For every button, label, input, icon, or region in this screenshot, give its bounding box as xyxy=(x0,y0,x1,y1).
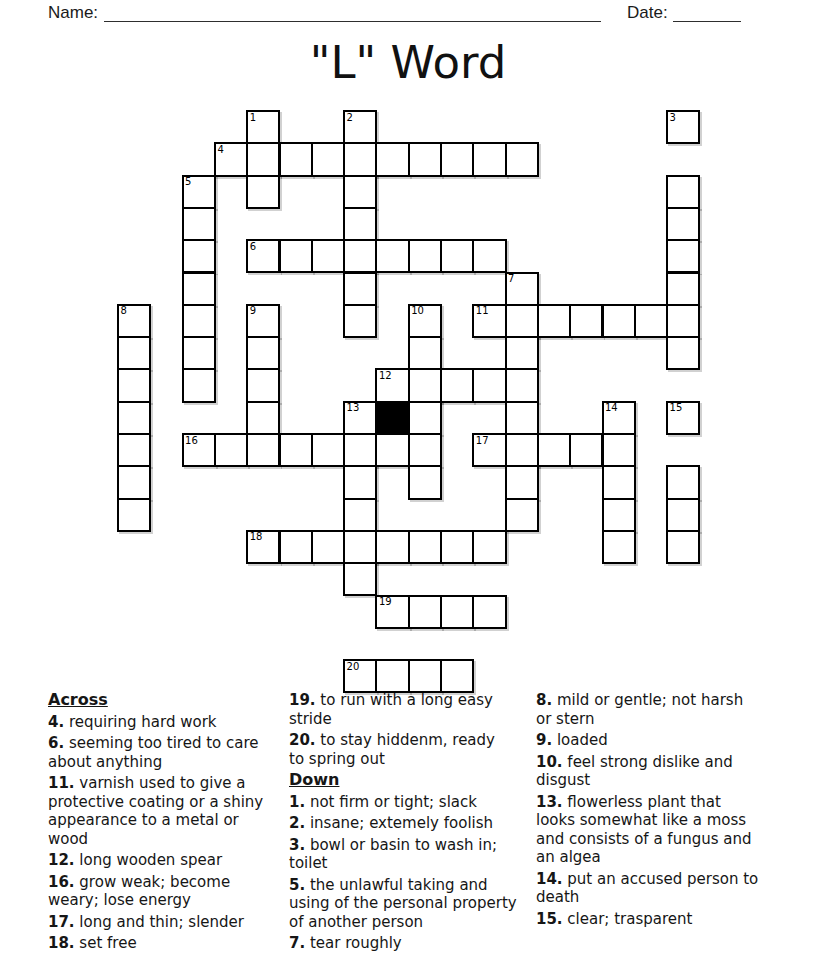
grid-cell[interactable] xyxy=(666,272,700,306)
across-clue-16: 16. grow weak; becomeweary; lose energy xyxy=(48,873,298,910)
grid-cell[interactable] xyxy=(182,272,216,306)
across-clue-18: 18. set free xyxy=(48,934,298,953)
grid-cell[interactable] xyxy=(343,498,377,532)
grid-cell[interactable] xyxy=(440,368,474,402)
grid-cell[interactable]: 14 xyxy=(602,401,636,435)
grid-cell[interactable] xyxy=(408,595,442,629)
date-label: Date: xyxy=(627,3,668,23)
down-clue-7: 7. tear roughly xyxy=(289,934,539,953)
grid-cell[interactable] xyxy=(602,530,636,564)
grid-cell[interactable] xyxy=(343,207,377,241)
across-clue-4: 4. requiring hard work xyxy=(48,713,298,732)
grid-cell[interactable] xyxy=(472,239,506,273)
grid-cell[interactable] xyxy=(182,368,216,402)
down-clue-9: 9. loaded xyxy=(536,731,804,750)
grid-cell[interactable] xyxy=(343,304,377,338)
grid-cell[interactable]: 6 xyxy=(246,239,280,273)
clue-number: 19 xyxy=(379,596,392,607)
grid-cell[interactable] xyxy=(214,433,248,467)
grid-cell[interactable] xyxy=(440,530,474,564)
grid-cell[interactable] xyxy=(569,433,603,467)
grid-cell[interactable] xyxy=(182,336,216,370)
black-cell xyxy=(375,401,409,435)
grid-cell[interactable] xyxy=(375,659,409,693)
grid-cell[interactable]: 10 xyxy=(408,304,442,338)
grid-cell[interactable] xyxy=(666,239,700,273)
clue-number: 18 xyxy=(250,531,263,542)
down-clue-15: 15. clear; trasparent xyxy=(536,910,804,929)
across-clue-6: 6. seeming too tired to careabout anythi… xyxy=(48,734,298,771)
grid-cell[interactable]: 9 xyxy=(246,304,280,338)
across-heading: Across xyxy=(48,691,298,710)
grid-cell[interactable] xyxy=(505,336,539,370)
grid-cell[interactable] xyxy=(408,336,442,370)
grid-cell[interactable] xyxy=(246,433,280,467)
clue-number: 14 xyxy=(605,402,618,413)
grid-cell[interactable] xyxy=(666,175,700,209)
grid-cell[interactable]: 3 xyxy=(666,110,700,144)
clue-column-right: 8. mild or gentle; not harshor stern9. l… xyxy=(536,691,804,931)
grid-cell[interactable] xyxy=(634,304,668,338)
grid-cell[interactable] xyxy=(246,368,280,402)
down-clue-14: 14. put an accused person todeath xyxy=(536,870,804,907)
clue-number: 12 xyxy=(379,370,392,381)
grid-cell[interactable] xyxy=(311,433,345,467)
grid-cell[interactable] xyxy=(440,595,474,629)
grid-cell[interactable] xyxy=(602,433,636,467)
clue-number: 4 xyxy=(217,144,223,155)
grid-cell[interactable] xyxy=(440,239,474,273)
grid-cell[interactable] xyxy=(117,465,151,499)
name-label: Name: xyxy=(48,3,98,23)
grid-cell[interactable] xyxy=(408,401,442,435)
clue-number: 7 xyxy=(508,273,514,284)
grid-cell[interactable] xyxy=(505,433,539,467)
grid-cell[interactable] xyxy=(117,433,151,467)
down-clue-1: 1. not firm or tight; slack xyxy=(289,793,539,812)
grid-cell[interactable] xyxy=(408,368,442,402)
grid-cell[interactable]: 20 xyxy=(343,659,377,693)
grid-cell[interactable] xyxy=(408,530,442,564)
grid-cell[interactable] xyxy=(343,562,377,596)
across-clue-11: 11. varnish used to give aprotective coa… xyxy=(48,774,298,848)
grid-cell[interactable] xyxy=(505,304,539,338)
down-clue-13: 13. flowerless plant thatlooks somewhat … xyxy=(536,793,804,867)
grid-cell[interactable] xyxy=(182,207,216,241)
down-clue-10: 10. feel strong dislike anddisgust xyxy=(536,753,804,790)
grid-cell[interactable] xyxy=(246,142,280,176)
grid-cell[interactable] xyxy=(602,304,636,338)
clue-number: 13 xyxy=(347,402,360,413)
grid-cell[interactable] xyxy=(472,142,506,176)
grid-cell[interactable]: 4 xyxy=(214,142,248,176)
clue-column-middle: 19. to run with a long easystride20. to … xyxy=(289,691,539,956)
grid-cell[interactable] xyxy=(375,530,409,564)
clue-number: 8 xyxy=(121,305,127,316)
grid-cell[interactable]: 11 xyxy=(472,304,506,338)
clue-number: 17 xyxy=(476,435,489,446)
grid-cell[interactable] xyxy=(505,368,539,402)
clue-number: 11 xyxy=(476,305,489,316)
down-clue-2: 2. insane; extemely foolish xyxy=(289,814,539,833)
grid-cell[interactable] xyxy=(602,465,636,499)
grid-cell[interactable] xyxy=(666,465,700,499)
grid-cell[interactable] xyxy=(375,142,409,176)
name-blank-line xyxy=(104,21,601,22)
grid-cell[interactable] xyxy=(666,336,700,370)
grid-cell[interactable]: 5 xyxy=(182,175,216,209)
grid-cell[interactable]: 16 xyxy=(182,433,216,467)
clue-number: 20 xyxy=(347,661,360,672)
grid-cell[interactable] xyxy=(182,304,216,338)
grid-cell[interactable] xyxy=(182,239,216,273)
clue-number: 3 xyxy=(670,112,676,123)
grid-cell[interactable] xyxy=(666,207,700,241)
down-clue-3: 3. bowl or basin to wash in;toilet xyxy=(289,836,539,873)
grid-cell[interactable] xyxy=(311,142,345,176)
grid-cell[interactable] xyxy=(505,465,539,499)
grid-cell[interactable]: 12 xyxy=(375,368,409,402)
grid-cell[interactable] xyxy=(279,142,313,176)
grid-cell[interactable] xyxy=(117,498,151,532)
grid-cell[interactable]: 7 xyxy=(505,272,539,306)
grid-cell[interactable] xyxy=(117,401,151,435)
grid-cell[interactable] xyxy=(472,530,506,564)
puzzle-title: "L" Word xyxy=(0,36,816,89)
clue-number: 9 xyxy=(250,305,256,316)
across-clue-20: 20. to stay hiddenm, readyto spring out xyxy=(289,731,539,768)
grid-cell[interactable] xyxy=(472,368,506,402)
grid-cell[interactable] xyxy=(440,142,474,176)
grid-cell[interactable] xyxy=(343,239,377,273)
clue-number: 2 xyxy=(347,112,353,123)
grid-cell[interactable]: 13 xyxy=(343,401,377,435)
grid-cell[interactable]: 1 xyxy=(246,110,280,144)
grid-cell[interactable] xyxy=(472,595,506,629)
grid-cell[interactable]: 8 xyxy=(117,304,151,338)
grid-cell[interactable] xyxy=(408,465,442,499)
grid-cell[interactable]: 18 xyxy=(246,530,280,564)
grid-cell[interactable] xyxy=(505,498,539,532)
down-clue-8: 8. mild or gentle; not harshor stern xyxy=(536,691,804,728)
crossword-grid: 1234567891011121314151617181920 xyxy=(117,110,701,694)
grid-cell[interactable] xyxy=(440,659,474,693)
grid-cell[interactable] xyxy=(246,175,280,209)
grid-cell[interactable] xyxy=(537,433,571,467)
grid-cell[interactable] xyxy=(343,465,377,499)
grid-cell[interactable] xyxy=(279,433,313,467)
date-blank-line xyxy=(673,21,741,22)
grid-cell[interactable] xyxy=(117,368,151,402)
grid-cell[interactable] xyxy=(375,433,409,467)
clue-number: 5 xyxy=(185,176,191,187)
grid-cell[interactable] xyxy=(666,530,700,564)
grid-cell[interactable] xyxy=(375,239,409,273)
clue-number: 10 xyxy=(411,305,424,316)
grid-cell[interactable] xyxy=(505,142,539,176)
grid-cell[interactable] xyxy=(311,530,345,564)
grid-cell[interactable] xyxy=(569,304,603,338)
grid-cell[interactable] xyxy=(117,336,151,370)
grid-cell[interactable] xyxy=(602,498,636,532)
grid-cell[interactable] xyxy=(246,336,280,370)
grid-cell[interactable] xyxy=(343,142,377,176)
grid-cell[interactable] xyxy=(666,304,700,338)
grid-cell[interactable] xyxy=(408,239,442,273)
grid-cell[interactable] xyxy=(408,659,442,693)
grid-cell[interactable] xyxy=(279,530,313,564)
down-heading: Down xyxy=(289,771,539,790)
clue-column-left: Across4. requiring hard work6. seeming t… xyxy=(48,691,298,956)
grid-cell[interactable] xyxy=(246,401,280,435)
grid-cell[interactable] xyxy=(343,433,377,467)
grid-cell[interactable] xyxy=(343,530,377,564)
grid-cell[interactable]: 2 xyxy=(343,110,377,144)
grid-cell[interactable] xyxy=(408,433,442,467)
grid-cell[interactable] xyxy=(311,239,345,273)
clue-number: 15 xyxy=(670,402,683,413)
grid-cell[interactable] xyxy=(505,401,539,435)
clue-number: 1 xyxy=(250,112,256,123)
grid-cell[interactable]: 19 xyxy=(375,595,409,629)
grid-cell[interactable] xyxy=(408,142,442,176)
grid-cell[interactable]: 15 xyxy=(666,401,700,435)
grid-cell[interactable] xyxy=(343,272,377,306)
grid-cell[interactable] xyxy=(666,498,700,532)
across-clue-12: 12. long wooden spear xyxy=(48,851,298,870)
grid-cell[interactable]: 17 xyxy=(472,433,506,467)
clue-number: 16 xyxy=(185,435,198,446)
clue-number: 6 xyxy=(250,241,256,252)
grid-cell[interactable] xyxy=(279,239,313,273)
grid-cell[interactable] xyxy=(537,304,571,338)
grid-cell[interactable] xyxy=(343,175,377,209)
across-clue-19: 19. to run with a long easystride xyxy=(289,691,539,728)
across-clue-17: 17. long and thin; slender xyxy=(48,913,298,932)
down-clue-5: 5. the unlawful taking andusing of the p… xyxy=(289,876,539,932)
